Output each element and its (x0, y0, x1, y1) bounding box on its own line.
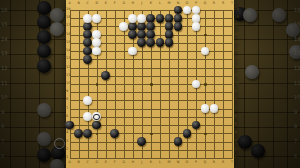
background-coordinate-label: 11 (1, 81, 7, 86)
coordinate-number-right: 17 (235, 25, 239, 29)
white-stone[interactable] (92, 14, 101, 23)
coordinate-number-left: 4 (66, 132, 68, 136)
coordinate-number-right: 11 (235, 74, 239, 78)
coordinate-letter-top: S (222, 2, 224, 6)
coordinate-letter-bottom: D (95, 161, 98, 165)
coordinate-letter-bottom: L (159, 161, 161, 165)
coordinate-number-left: 12 (66, 66, 70, 70)
coordinate-number-left: 18 (66, 16, 70, 20)
coordinate-letter-bottom: K (150, 161, 152, 165)
black-stone[interactable] (83, 129, 92, 138)
background-coordinate-label: 10 (1, 95, 7, 100)
background-gray-stone (245, 65, 259, 79)
coordinate-letter-top: F (114, 2, 116, 6)
background-gray-stone (272, 8, 286, 22)
coordinate-letter-bottom: R (213, 161, 215, 165)
background-gray-stone (50, 8, 64, 22)
coordinate-number-right: 15 (235, 41, 239, 45)
background-coordinate-label: 14 (1, 37, 7, 42)
black-stone[interactable] (92, 121, 101, 130)
coordinate-number-right: 18 (235, 16, 239, 20)
coordinate-number-right: 9 (235, 90, 237, 94)
white-stone[interactable] (128, 14, 137, 23)
background-coordinate-label: 16 (294, 8, 300, 13)
coordinate-number-left: 13 (66, 58, 70, 62)
coordinate-letter-top: G (122, 2, 125, 6)
coordinate-number-left: 14 (66, 49, 70, 53)
hoshi-point (150, 83, 152, 85)
coordinate-letter-top: T (231, 2, 233, 6)
white-stone[interactable] (201, 47, 210, 56)
background-black-stone (37, 15, 51, 29)
background-gray-stone (50, 159, 64, 168)
background-coordinate-label: 8 (294, 124, 297, 129)
background-coordinate-label: 15 (294, 22, 300, 27)
background-coordinate-label: 6 (1, 154, 4, 159)
background-coordinate-label: 10 (294, 95, 300, 100)
go-app-screen: 161514131211109876161514131211109876 AAB… (0, 0, 300, 168)
black-stone[interactable] (110, 129, 119, 138)
black-stone[interactable] (128, 30, 137, 39)
coordinate-number-right: 16 (235, 33, 239, 37)
white-stone[interactable] (92, 47, 101, 56)
background-coordinate-label: 7 (1, 139, 4, 144)
coordinate-letter-top: C (87, 2, 89, 6)
background-gray-stone (37, 103, 51, 117)
black-stone[interactable] (146, 38, 155, 47)
background-coordinate-label: 12 (294, 66, 300, 71)
coordinate-number-right: 3 (235, 140, 237, 144)
coordinate-letter-top: Q (204, 2, 207, 6)
black-stone[interactable] (183, 129, 192, 138)
coordinate-letter-bottom: J (141, 161, 142, 165)
background-black-stone (37, 148, 51, 162)
background-gray-stone (37, 132, 51, 146)
coordinate-number-left: 19 (66, 8, 70, 12)
coordinate-letter-bottom: E (105, 161, 107, 165)
coordinate-letter-top: P (195, 2, 197, 6)
background-coordinate-label: 13 (1, 51, 7, 56)
coordinate-number-left: 16 (66, 33, 70, 37)
background-coordinate-label: 13 (294, 51, 300, 56)
background-coordinate-label: 15 (1, 22, 7, 27)
coordinate-number-left: 7 (66, 107, 68, 111)
coordinate-letter-top: R (213, 2, 215, 6)
hoshi-point (204, 83, 206, 85)
coordinate-number-right: 8 (235, 99, 237, 103)
background-black-stone (37, 1, 51, 15)
coordinate-number-right: 6 (235, 115, 237, 119)
background-coordinate-label: 14 (294, 37, 300, 42)
board-grid-line (232, 10, 233, 158)
board-grid-line (70, 158, 233, 159)
white-stone[interactable] (210, 104, 219, 113)
coordinate-letter-top: B (78, 2, 80, 6)
board-grid-line (70, 150, 233, 151)
board-grid-line (214, 10, 215, 158)
coordinate-letter-bottom: P (195, 161, 197, 165)
black-stone[interactable] (83, 55, 92, 64)
coordinate-number-right: 13 (235, 58, 239, 62)
background-coordinate-label: 16 (1, 8, 7, 13)
black-stone[interactable] (137, 137, 146, 146)
background-gray-stone (50, 22, 64, 36)
coordinate-letter-bottom: M (167, 161, 170, 165)
background-coordinate-label: 8 (1, 124, 4, 129)
background-black-stone (37, 59, 51, 73)
board-grid-line (178, 10, 179, 158)
black-stone[interactable] (65, 121, 74, 130)
white-stone[interactable] (192, 22, 201, 31)
coordinate-letter-bottom: F (114, 161, 116, 165)
coordinate-letter-bottom: T (231, 161, 233, 165)
background-gray-stone (243, 8, 257, 22)
coordinate-letter-bottom: G (122, 161, 125, 165)
coordinate-number-left: 8 (66, 99, 68, 103)
hoshi-point (150, 133, 152, 135)
coordinate-number-right: 14 (235, 49, 239, 53)
background-coordinate-label: 11 (294, 81, 300, 86)
white-stone[interactable] (183, 6, 192, 15)
coordinate-number-left: 3 (66, 140, 68, 144)
white-stone[interactable] (137, 14, 146, 23)
last-move-marker (93, 114, 100, 121)
coordinate-number-left: 6 (66, 115, 68, 119)
background-ring-marker (54, 138, 65, 149)
background-coordinate-label: 9 (294, 110, 297, 115)
coordinate-letter-top: K (150, 2, 152, 6)
coordinate-number-right: 10 (235, 82, 239, 86)
background-black-stone (238, 135, 252, 149)
coordinate-letter-bottom: O (186, 161, 189, 165)
go-board-panel[interactable]: AABBCCDDEEFFGGHHJJKKLLMMNNOOPPQQRRSSTT19… (66, 0, 234, 168)
coordinate-number-left: 9 (66, 90, 68, 94)
coordinate-number-left: 1 (66, 156, 68, 160)
coordinate-letter-top: O (186, 2, 189, 6)
coordinate-number-left: 15 (66, 41, 70, 45)
coordinate-letter-bottom: N (177, 161, 180, 165)
coordinate-letter-top: L (159, 2, 161, 6)
hoshi-point (204, 34, 206, 36)
board-grid-line (70, 92, 233, 93)
coordinate-number-right: 7 (235, 107, 237, 111)
coordinate-number-left: 10 (66, 82, 70, 86)
black-stone[interactable] (165, 38, 174, 47)
coordinate-number-right: 19 (235, 8, 239, 12)
white-stone[interactable] (83, 112, 92, 121)
coordinate-letter-top: J (141, 2, 142, 6)
coordinate-letter-bottom: S (222, 161, 224, 165)
black-stone[interactable] (74, 129, 83, 138)
coordinate-number-left: 2 (66, 148, 68, 152)
white-stone[interactable] (192, 80, 201, 89)
black-stone[interactable] (137, 38, 146, 47)
white-stone[interactable] (83, 96, 92, 105)
background-coordinate-label: 9 (1, 110, 4, 115)
coordinate-number-left: 17 (66, 25, 70, 29)
coordinate-letter-bottom: B (78, 161, 80, 165)
coordinate-letter-top: M (167, 2, 170, 6)
background-black-stone (37, 44, 51, 58)
white-stone[interactable] (119, 22, 128, 31)
coordinate-number-left: 11 (66, 74, 70, 78)
black-stone[interactable] (101, 71, 110, 80)
background-coordinate-label: 12 (1, 66, 7, 71)
white-stone[interactable] (92, 38, 101, 47)
coordinate-letter-bottom: C (87, 161, 89, 165)
black-stone[interactable] (156, 38, 165, 47)
coordinate-number-right: 4 (235, 132, 237, 136)
black-stone[interactable] (156, 14, 165, 23)
background-black-stone (37, 30, 51, 44)
coordinate-number-right: 2 (235, 148, 237, 152)
background-black-stone (251, 144, 265, 158)
hoshi-point (204, 133, 206, 135)
coordinate-letter-top: E (105, 2, 107, 6)
coordinate-number-right: 1 (235, 156, 237, 160)
black-stone[interactable] (192, 121, 201, 130)
black-stone[interactable] (83, 38, 92, 47)
background-coordinate-label: 7 (294, 139, 297, 144)
coordinate-letter-bottom: H (132, 161, 135, 165)
coordinate-letter-top: A (68, 2, 70, 6)
white-stone[interactable] (128, 47, 137, 56)
coordinate-letter-bottom: A (68, 161, 70, 165)
coordinate-letter-bottom: Q (204, 161, 207, 165)
black-stone[interactable] (174, 22, 183, 31)
coordinate-number-right: 5 (235, 123, 237, 127)
coordinate-number-right: 12 (235, 66, 239, 70)
coordinate-letter-top: H (132, 2, 135, 6)
white-stone[interactable] (83, 14, 92, 23)
coordinate-letter-top: N (177, 2, 180, 6)
white-stone[interactable] (201, 104, 210, 113)
board-grid-line (160, 10, 161, 158)
board-grid-line (70, 142, 233, 143)
background-coordinate-label: 6 (294, 154, 297, 159)
board-grid-line (70, 100, 233, 101)
coordinate-letter-top: D (95, 2, 98, 6)
board-grid-line (223, 10, 224, 158)
black-stone[interactable] (174, 137, 183, 146)
